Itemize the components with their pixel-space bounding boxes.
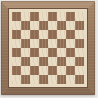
square-a4[interactable] xyxy=(12,48,21,57)
square-d3[interactable] xyxy=(39,57,48,66)
square-e4[interactable] xyxy=(48,48,57,57)
square-g8[interactable] xyxy=(66,12,75,21)
square-h1[interactable] xyxy=(75,75,84,84)
square-b5[interactable] xyxy=(21,39,30,48)
square-e8[interactable] xyxy=(48,12,57,21)
square-a6[interactable] xyxy=(12,30,21,39)
chess-board-frame xyxy=(1,1,95,95)
square-f3[interactable] xyxy=(57,57,66,66)
square-a5[interactable] xyxy=(12,39,21,48)
square-e5[interactable] xyxy=(48,39,57,48)
square-h6[interactable] xyxy=(75,30,84,39)
square-f8[interactable] xyxy=(57,12,66,21)
square-d1[interactable] xyxy=(39,75,48,84)
square-h7[interactable] xyxy=(75,21,84,30)
square-h8[interactable] xyxy=(75,12,84,21)
square-f5[interactable] xyxy=(57,39,66,48)
square-h2[interactable] xyxy=(75,66,84,75)
square-e1[interactable] xyxy=(48,75,57,84)
square-b2[interactable] xyxy=(21,66,30,75)
square-b6[interactable] xyxy=(21,30,30,39)
square-c7[interactable] xyxy=(30,21,39,30)
square-a2[interactable] xyxy=(12,66,21,75)
square-a8[interactable] xyxy=(12,12,21,21)
board-photo-background xyxy=(0,0,98,98)
square-d7[interactable] xyxy=(39,21,48,30)
square-b7[interactable] xyxy=(21,21,30,30)
square-c3[interactable] xyxy=(30,57,39,66)
square-a3[interactable] xyxy=(12,57,21,66)
square-c6[interactable] xyxy=(30,30,39,39)
square-b4[interactable] xyxy=(21,48,30,57)
square-c2[interactable] xyxy=(30,66,39,75)
square-g4[interactable] xyxy=(66,48,75,57)
square-c1[interactable] xyxy=(30,75,39,84)
square-c5[interactable] xyxy=(30,39,39,48)
square-d2[interactable] xyxy=(39,66,48,75)
square-f2[interactable] xyxy=(57,66,66,75)
square-e7[interactable] xyxy=(48,21,57,30)
square-g1[interactable] xyxy=(66,75,75,84)
square-d6[interactable] xyxy=(39,30,48,39)
square-e6[interactable] xyxy=(48,30,57,39)
square-d8[interactable] xyxy=(39,12,48,21)
square-c4[interactable] xyxy=(30,48,39,57)
square-g5[interactable] xyxy=(66,39,75,48)
square-h4[interactable] xyxy=(75,48,84,57)
square-h5[interactable] xyxy=(75,39,84,48)
square-b1[interactable] xyxy=(21,75,30,84)
square-e3[interactable] xyxy=(48,57,57,66)
square-g7[interactable] xyxy=(66,21,75,30)
square-g2[interactable] xyxy=(66,66,75,75)
square-f1[interactable] xyxy=(57,75,66,84)
square-b8[interactable] xyxy=(21,12,30,21)
chess-board-grid xyxy=(12,12,84,84)
square-d4[interactable] xyxy=(39,48,48,57)
square-g3[interactable] xyxy=(66,57,75,66)
square-g6[interactable] xyxy=(66,30,75,39)
square-h3[interactable] xyxy=(75,57,84,66)
square-f6[interactable] xyxy=(57,30,66,39)
square-c8[interactable] xyxy=(30,12,39,21)
square-a7[interactable] xyxy=(12,21,21,30)
square-b3[interactable] xyxy=(21,57,30,66)
square-f4[interactable] xyxy=(57,48,66,57)
board-inner-margin xyxy=(8,8,88,88)
square-f7[interactable] xyxy=(57,21,66,30)
square-e2[interactable] xyxy=(48,66,57,75)
square-a1[interactable] xyxy=(12,75,21,84)
square-d5[interactable] xyxy=(39,39,48,48)
